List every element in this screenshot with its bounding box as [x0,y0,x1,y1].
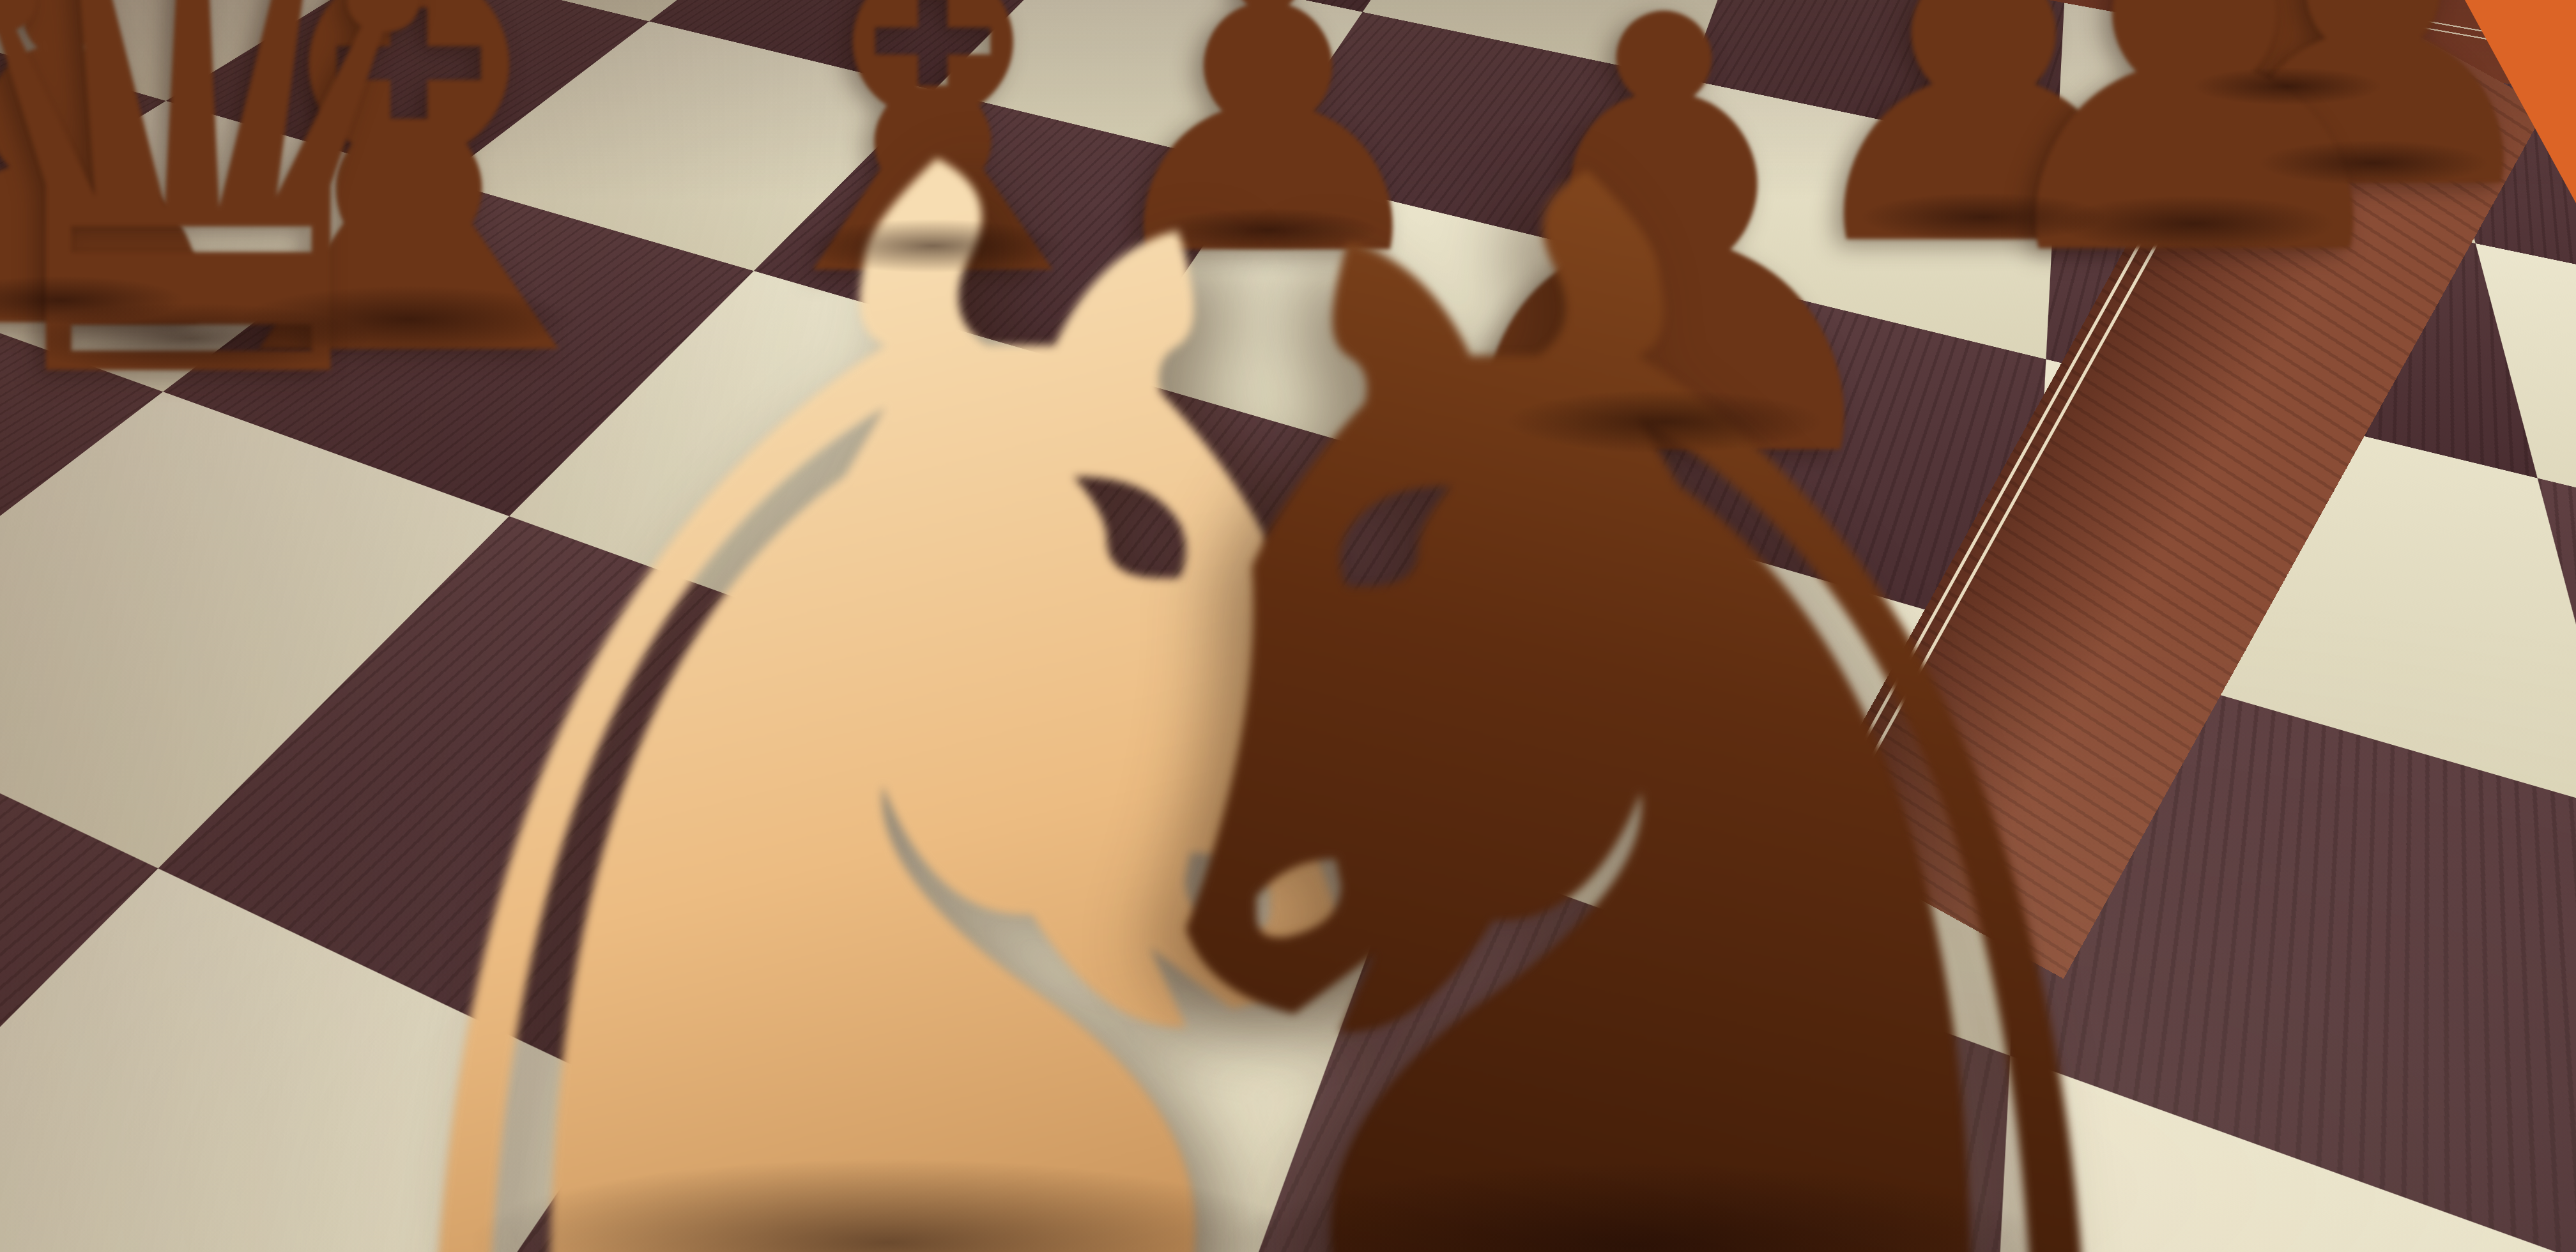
chess-photo-scene: L a ♟♟♟♟♟♝♟♝♛♟♞♞ [0,0,2576,1252]
black-pawn-g8-shadow [2049,194,2341,252]
black-pawn-back-shadow [2189,66,2386,106]
black-bishop-d8-shadow [792,218,1073,274]
black-knight[interactable]: ♞ [931,0,2340,1252]
pieces-layer: ♟♟♟♟♟♝♟♝♛♟♞♞ [0,0,2576,1252]
black-pawn-e8-shadow [1154,207,1383,253]
black-queen-b7-shadow [6,302,378,376]
black-pawn-h8-shadow [2254,139,2493,187]
black-pawn-f7-shadow [1499,388,1830,454]
